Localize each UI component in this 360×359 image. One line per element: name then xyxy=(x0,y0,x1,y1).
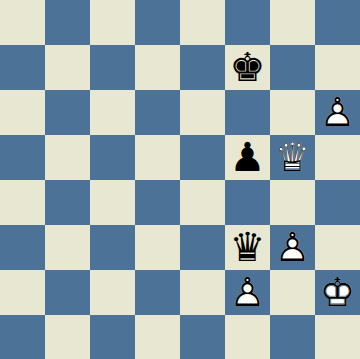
white-king[interactable]: ♚♔ xyxy=(315,270,360,315)
square-h8[interactable] xyxy=(315,0,360,45)
square-f2[interactable]: ♟♙ xyxy=(225,270,270,315)
square-c6[interactable] xyxy=(90,90,135,135)
square-h5[interactable] xyxy=(315,135,360,180)
square-c1[interactable] xyxy=(90,315,135,359)
square-g1[interactable] xyxy=(270,315,315,359)
square-b6[interactable] xyxy=(45,90,90,135)
black-pawn[interactable]: ♟ xyxy=(225,135,270,180)
square-a7[interactable] xyxy=(0,45,45,90)
square-e8[interactable] xyxy=(180,0,225,45)
square-h6[interactable]: ♟♙ xyxy=(315,90,360,135)
square-a2[interactable] xyxy=(0,270,45,315)
square-d1[interactable] xyxy=(135,315,180,359)
square-f6[interactable] xyxy=(225,90,270,135)
white-pawn[interactable]: ♟♙ xyxy=(225,270,270,315)
square-d6[interactable] xyxy=(135,90,180,135)
square-h1[interactable] xyxy=(315,315,360,359)
square-f8[interactable] xyxy=(225,0,270,45)
white-piece-outline: ♙ xyxy=(225,270,270,315)
square-h7[interactable] xyxy=(315,45,360,90)
square-b3[interactable] xyxy=(45,225,90,270)
square-c4[interactable] xyxy=(90,180,135,225)
square-g2[interactable] xyxy=(270,270,315,315)
square-e6[interactable] xyxy=(180,90,225,135)
square-f1[interactable] xyxy=(225,315,270,359)
square-d5[interactable] xyxy=(135,135,180,180)
white-piece-outline: ♔ xyxy=(315,270,360,315)
square-g8[interactable] xyxy=(270,0,315,45)
square-d8[interactable] xyxy=(135,0,180,45)
square-b4[interactable] xyxy=(45,180,90,225)
white-piece-outline: ♙ xyxy=(315,90,360,135)
square-h3[interactable] xyxy=(315,225,360,270)
white-piece-outline: ♕ xyxy=(270,135,315,180)
black-queen[interactable]: ♛ xyxy=(225,225,270,270)
white-pawn[interactable]: ♟♙ xyxy=(270,225,315,270)
square-h4[interactable] xyxy=(315,180,360,225)
square-b7[interactable] xyxy=(45,45,90,90)
black-piece-body: ♛ xyxy=(225,225,270,270)
square-f4[interactable] xyxy=(225,180,270,225)
square-a1[interactable] xyxy=(0,315,45,359)
square-a5[interactable] xyxy=(0,135,45,180)
white-piece-outline: ♙ xyxy=(270,225,315,270)
square-c7[interactable] xyxy=(90,45,135,90)
square-c5[interactable] xyxy=(90,135,135,180)
square-g3[interactable]: ♟♙ xyxy=(270,225,315,270)
square-g4[interactable] xyxy=(270,180,315,225)
square-a4[interactable] xyxy=(0,180,45,225)
square-f5[interactable]: ♟ xyxy=(225,135,270,180)
square-e4[interactable] xyxy=(180,180,225,225)
square-b2[interactable] xyxy=(45,270,90,315)
square-b8[interactable] xyxy=(45,0,90,45)
square-e7[interactable] xyxy=(180,45,225,90)
square-a8[interactable] xyxy=(0,0,45,45)
square-b1[interactable] xyxy=(45,315,90,359)
square-e3[interactable] xyxy=(180,225,225,270)
white-pawn[interactable]: ♟♙ xyxy=(315,90,360,135)
square-f3[interactable]: ♛ xyxy=(225,225,270,270)
square-g7[interactable] xyxy=(270,45,315,90)
square-a3[interactable] xyxy=(0,225,45,270)
square-d3[interactable] xyxy=(135,225,180,270)
square-e2[interactable] xyxy=(180,270,225,315)
white-queen[interactable]: ♛♕ xyxy=(270,135,315,180)
black-king[interactable]: ♚ xyxy=(225,45,270,90)
square-b5[interactable] xyxy=(45,135,90,180)
square-f7[interactable]: ♚ xyxy=(225,45,270,90)
chess-board: ♚♟♙♟♛♕♛♟♙♟♙♚♔ xyxy=(0,0,360,359)
square-g6[interactable] xyxy=(270,90,315,135)
black-piece-body: ♟ xyxy=(225,135,270,180)
square-c2[interactable] xyxy=(90,270,135,315)
square-d2[interactable] xyxy=(135,270,180,315)
black-piece-body: ♚ xyxy=(225,45,270,90)
square-e5[interactable] xyxy=(180,135,225,180)
square-g5[interactable]: ♛♕ xyxy=(270,135,315,180)
square-c3[interactable] xyxy=(90,225,135,270)
square-a6[interactable] xyxy=(0,90,45,135)
square-e1[interactable] xyxy=(180,315,225,359)
square-h2[interactable]: ♚♔ xyxy=(315,270,360,315)
square-d7[interactable] xyxy=(135,45,180,90)
square-c8[interactable] xyxy=(90,0,135,45)
square-d4[interactable] xyxy=(135,180,180,225)
